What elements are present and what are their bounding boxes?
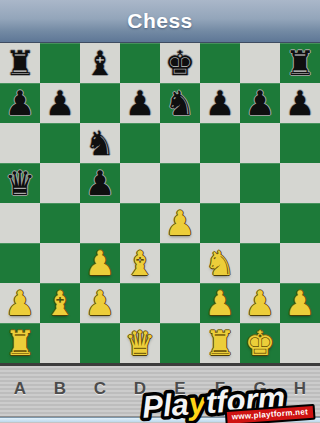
square-g7[interactable]: ♟ [240, 83, 280, 123]
black-knight-piece: ♞ [165, 83, 195, 123]
square-f7[interactable]: ♟ [200, 83, 240, 123]
white-pawn-piece: ♟ [285, 283, 315, 323]
square-e7[interactable]: ♞ [160, 83, 200, 123]
square-g5[interactable] [240, 163, 280, 203]
square-h5[interactable] [280, 163, 320, 203]
app-title: Chess [127, 9, 193, 33]
square-h8[interactable]: ♜ [280, 43, 320, 83]
square-b8[interactable] [40, 43, 80, 83]
white-pawn-piece: ♟ [85, 243, 115, 283]
square-f8[interactable] [200, 43, 240, 83]
file-label-c: C [80, 379, 120, 399]
square-h7[interactable]: ♟ [280, 83, 320, 123]
square-d3[interactable]: ♝ [120, 243, 160, 283]
black-pawn-piece: ♟ [245, 83, 275, 123]
square-h4[interactable] [280, 203, 320, 243]
square-c5[interactable]: ♟ [80, 163, 120, 203]
square-a6[interactable] [0, 123, 40, 163]
square-f4[interactable] [200, 203, 240, 243]
square-b5[interactable] [40, 163, 80, 203]
black-bishop-piece: ♝ [85, 43, 115, 83]
board-frame: ♜♝♚♜♟♟♟♞♟♟♟♞♛♟♟♟♝♞♟♝♟♟♟♟♜♛♜♚ [0, 43, 320, 366]
black-queen-piece: ♛ [5, 163, 35, 203]
square-g4[interactable] [240, 203, 280, 243]
black-king-piece: ♚ [165, 43, 195, 83]
title-bar: Chess [0, 0, 320, 43]
square-c4[interactable] [80, 203, 120, 243]
black-pawn-piece: ♟ [5, 83, 35, 123]
file-label-b: B [40, 379, 80, 399]
square-e1[interactable] [160, 323, 200, 363]
square-a2[interactable]: ♟ [0, 283, 40, 323]
square-c8[interactable]: ♝ [80, 43, 120, 83]
black-pawn-piece: ♟ [125, 83, 155, 123]
black-pawn-piece: ♟ [205, 83, 235, 123]
black-rook-piece: ♜ [5, 43, 35, 83]
white-king-piece: ♚ [245, 323, 275, 363]
square-d4[interactable] [120, 203, 160, 243]
file-label-a: A [0, 379, 40, 399]
square-e6[interactable] [160, 123, 200, 163]
square-e5[interactable] [160, 163, 200, 203]
square-a8[interactable]: ♜ [0, 43, 40, 83]
white-pawn-piece: ♟ [165, 203, 195, 243]
white-bishop-piece: ♝ [45, 283, 75, 323]
white-rook-piece: ♜ [205, 323, 235, 363]
white-rook-piece: ♜ [5, 323, 35, 363]
square-f6[interactable] [200, 123, 240, 163]
black-pawn-piece: ♟ [85, 163, 115, 203]
square-a1[interactable]: ♜ [0, 323, 40, 363]
square-f3[interactable]: ♞ [200, 243, 240, 283]
square-h2[interactable]: ♟ [280, 283, 320, 323]
white-pawn-piece: ♟ [245, 283, 275, 323]
square-c6[interactable]: ♞ [80, 123, 120, 163]
square-g8[interactable] [240, 43, 280, 83]
square-e8[interactable]: ♚ [160, 43, 200, 83]
square-d1[interactable]: ♛ [120, 323, 160, 363]
square-g3[interactable] [240, 243, 280, 283]
square-a3[interactable] [0, 243, 40, 283]
white-knight-piece: ♞ [205, 243, 235, 283]
square-f5[interactable] [200, 163, 240, 203]
square-d5[interactable] [120, 163, 160, 203]
square-e4[interactable]: ♟ [160, 203, 200, 243]
square-b3[interactable] [40, 243, 80, 283]
black-knight-piece: ♞ [85, 123, 115, 163]
square-d7[interactable]: ♟ [120, 83, 160, 123]
square-g2[interactable]: ♟ [240, 283, 280, 323]
chess-board: ♜♝♚♜♟♟♟♞♟♟♟♞♛♟♟♟♝♞♟♝♟♟♟♟♜♛♜♚ [0, 43, 320, 363]
square-g6[interactable] [240, 123, 280, 163]
square-a5[interactable]: ♛ [0, 163, 40, 203]
square-e3[interactable] [160, 243, 200, 283]
black-rook-piece: ♜ [285, 43, 315, 83]
square-d8[interactable] [120, 43, 160, 83]
square-e2[interactable] [160, 283, 200, 323]
chess-app-screen: Chess ♜♝♚♜♟♟♟♞♟♟♟♞♛♟♟♟♝♞♟♝♟♟♟♟♜♛♜♚ A B C… [0, 0, 320, 423]
square-a4[interactable] [0, 203, 40, 243]
square-b6[interactable] [40, 123, 80, 163]
square-h3[interactable] [280, 243, 320, 283]
square-h1[interactable] [280, 323, 320, 363]
square-c1[interactable] [80, 323, 120, 363]
black-pawn-piece: ♟ [285, 83, 315, 123]
black-pawn-piece: ♟ [45, 83, 75, 123]
white-queen-piece: ♛ [125, 323, 155, 363]
square-g1[interactable]: ♚ [240, 323, 280, 363]
white-pawn-piece: ♟ [85, 283, 115, 323]
square-d6[interactable] [120, 123, 160, 163]
white-bishop-piece: ♝ [125, 243, 155, 283]
square-h6[interactable] [280, 123, 320, 163]
square-a7[interactable]: ♟ [0, 83, 40, 123]
square-b1[interactable] [40, 323, 80, 363]
square-d2[interactable] [120, 283, 160, 323]
square-f1[interactable]: ♜ [200, 323, 240, 363]
square-b7[interactable]: ♟ [40, 83, 80, 123]
square-f2[interactable]: ♟ [200, 283, 240, 323]
square-b4[interactable] [40, 203, 80, 243]
white-pawn-piece: ♟ [205, 283, 235, 323]
square-b2[interactable]: ♝ [40, 283, 80, 323]
square-c3[interactable]: ♟ [80, 243, 120, 283]
white-pawn-piece: ♟ [5, 283, 35, 323]
square-c2[interactable]: ♟ [80, 283, 120, 323]
square-c7[interactable] [80, 83, 120, 123]
